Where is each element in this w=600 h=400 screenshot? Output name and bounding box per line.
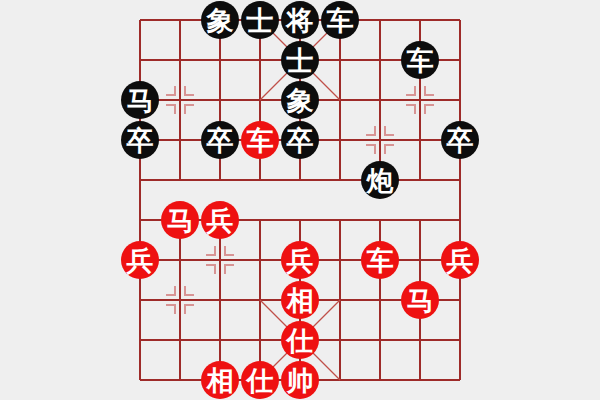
piece-black-elephant[interactable]: 象 (281, 81, 319, 119)
pieces-grid: 象士将车士车马象卒卒车卒卒炮马兵兵兵车兵相马仕相仕帅 (120, 0, 480, 400)
piece-red-advisor[interactable]: 仕 (281, 321, 319, 359)
board-point: 马 (400, 280, 440, 320)
board-point: 象 (280, 80, 320, 120)
piece-red-chariot[interactable]: 车 (241, 121, 279, 159)
piece-black-soldier[interactable]: 卒 (121, 121, 159, 159)
piece-black-soldier[interactable]: 卒 (281, 121, 319, 159)
board-point: 兵 (120, 240, 160, 280)
board-point: 象 (200, 0, 240, 40)
piece-black-general[interactable]: 将 (281, 1, 319, 39)
board-point: 车 (400, 40, 440, 80)
piece-red-soldier[interactable]: 兵 (121, 241, 159, 279)
board-point: 卒 (200, 120, 240, 160)
piece-black-advisor[interactable]: 士 (241, 1, 279, 39)
piece-black-chariot[interactable]: 车 (321, 1, 359, 39)
piece-red-soldier[interactable]: 兵 (441, 241, 479, 279)
board-point: 帅 (280, 360, 320, 400)
piece-black-soldier[interactable]: 卒 (201, 121, 239, 159)
board-point: 卒 (440, 120, 480, 160)
board-point: 将 (280, 0, 320, 40)
board-point: 士 (280, 40, 320, 80)
board-point: 相 (280, 280, 320, 320)
board-point: 兵 (280, 240, 320, 280)
piece-black-cannon[interactable]: 炮 (361, 161, 399, 199)
board-point: 仕 (280, 320, 320, 360)
board-point: 车 (320, 0, 360, 40)
piece-black-elephant[interactable]: 象 (201, 1, 239, 39)
board-point: 炮 (360, 160, 400, 200)
piece-red-soldier[interactable]: 兵 (281, 241, 319, 279)
board-point: 兵 (200, 200, 240, 240)
board-point: 兵 (440, 240, 480, 280)
piece-black-horse[interactable]: 马 (121, 81, 159, 119)
board-point: 卒 (280, 120, 320, 160)
board-point: 车 (240, 120, 280, 160)
piece-red-advisor[interactable]: 仕 (241, 361, 279, 399)
piece-black-advisor[interactable]: 士 (281, 41, 319, 79)
piece-red-chariot[interactable]: 车 (361, 241, 399, 279)
piece-black-soldier[interactable]: 卒 (441, 121, 479, 159)
board-point: 士 (240, 0, 280, 40)
xiangqi-board-screen: 象士将车士车马象卒卒车卒卒炮马兵兵兵车兵相马仕相仕帅 (0, 0, 600, 400)
piece-red-soldier[interactable]: 兵 (201, 201, 239, 239)
board-point: 相 (200, 360, 240, 400)
board-point: 马 (160, 200, 200, 240)
piece-red-horse[interactable]: 马 (401, 281, 439, 319)
piece-red-horse[interactable]: 马 (161, 201, 199, 239)
board-point: 仕 (240, 360, 280, 400)
piece-black-chariot[interactable]: 车 (401, 41, 439, 79)
board-point: 卒 (120, 120, 160, 160)
board-point: 车 (360, 240, 400, 280)
board-point: 马 (120, 80, 160, 120)
piece-red-elephant[interactable]: 相 (281, 281, 319, 319)
piece-red-elephant[interactable]: 相 (201, 361, 239, 399)
piece-red-general[interactable]: 帅 (281, 361, 319, 399)
